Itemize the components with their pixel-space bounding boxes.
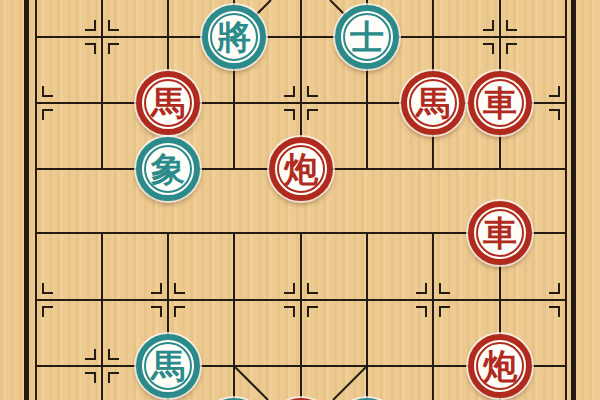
board-border-left — [24, 0, 29, 400]
star-marker — [416, 283, 427, 294]
piece-glyph: 車 — [483, 216, 517, 250]
piece-glyph: 馬 — [151, 86, 185, 120]
star-marker — [506, 43, 517, 54]
red-cannon[interactable]: 炮 — [269, 137, 333, 201]
red-cannon[interactable]: 炮 — [468, 334, 532, 398]
grid-line — [101, 232, 103, 400]
piece-glyph: 馬 — [151, 349, 185, 383]
star-marker — [42, 306, 53, 317]
star-marker — [284, 86, 295, 97]
star-marker — [549, 109, 560, 120]
star-marker — [108, 372, 119, 383]
star-marker — [85, 43, 96, 54]
star-marker — [284, 283, 295, 294]
star-marker — [307, 86, 318, 97]
star-marker — [42, 283, 53, 294]
piece-glyph: 將 — [217, 20, 251, 54]
piece-glyph: 象 — [151, 152, 185, 186]
star-marker — [151, 283, 162, 294]
grid-line — [366, 232, 368, 400]
star-marker — [85, 372, 96, 383]
black-general[interactable]: 將 — [202, 5, 266, 69]
star-marker — [549, 283, 560, 294]
star-marker — [284, 109, 295, 120]
star-marker — [151, 306, 162, 317]
red-chariot[interactable]: 車 — [468, 201, 532, 265]
star-marker — [174, 306, 185, 317]
star-marker — [307, 109, 318, 120]
star-marker — [42, 86, 53, 97]
star-marker — [483, 43, 494, 54]
red-palace-diagonal — [234, 366, 268, 400]
star-marker — [85, 20, 96, 31]
xiangqi-board: 將士馬馬車象炮車馬炮 — [0, 0, 600, 400]
star-marker — [108, 20, 119, 31]
piece-glyph: 炮 — [284, 152, 318, 186]
star-marker — [549, 306, 560, 317]
black-elephant[interactable]: 象 — [136, 137, 200, 201]
black-advisor[interactable]: 士 — [335, 5, 399, 69]
grid-line — [432, 232, 434, 400]
star-marker — [483, 20, 494, 31]
red-horse[interactable]: 馬 — [401, 71, 465, 135]
grid-line — [565, 0, 567, 400]
grid-line — [233, 232, 235, 400]
star-marker — [439, 283, 450, 294]
star-marker — [506, 20, 517, 31]
grid-line — [300, 232, 302, 400]
red-horse[interactable]: 馬 — [136, 71, 200, 135]
red-chariot[interactable]: 車 — [468, 71, 532, 135]
black-horse[interactable]: 馬 — [136, 334, 200, 398]
star-marker — [439, 306, 450, 317]
star-marker — [174, 283, 185, 294]
grid-line — [101, 0, 103, 170]
piece-glyph: 馬 — [416, 86, 450, 120]
red-palace-diagonal — [333, 366, 367, 400]
grid-line — [35, 0, 37, 400]
star-marker — [42, 109, 53, 120]
board-border-right — [571, 0, 576, 400]
star-marker — [307, 306, 318, 317]
star-marker — [284, 306, 295, 317]
star-marker — [108, 349, 119, 360]
star-marker — [549, 86, 560, 97]
piece-glyph: 士 — [350, 20, 384, 54]
star-marker — [307, 283, 318, 294]
piece-glyph: 炮 — [483, 349, 517, 383]
star-marker — [108, 43, 119, 54]
star-marker — [416, 306, 427, 317]
star-marker — [85, 349, 96, 360]
piece-glyph: 車 — [483, 86, 517, 120]
